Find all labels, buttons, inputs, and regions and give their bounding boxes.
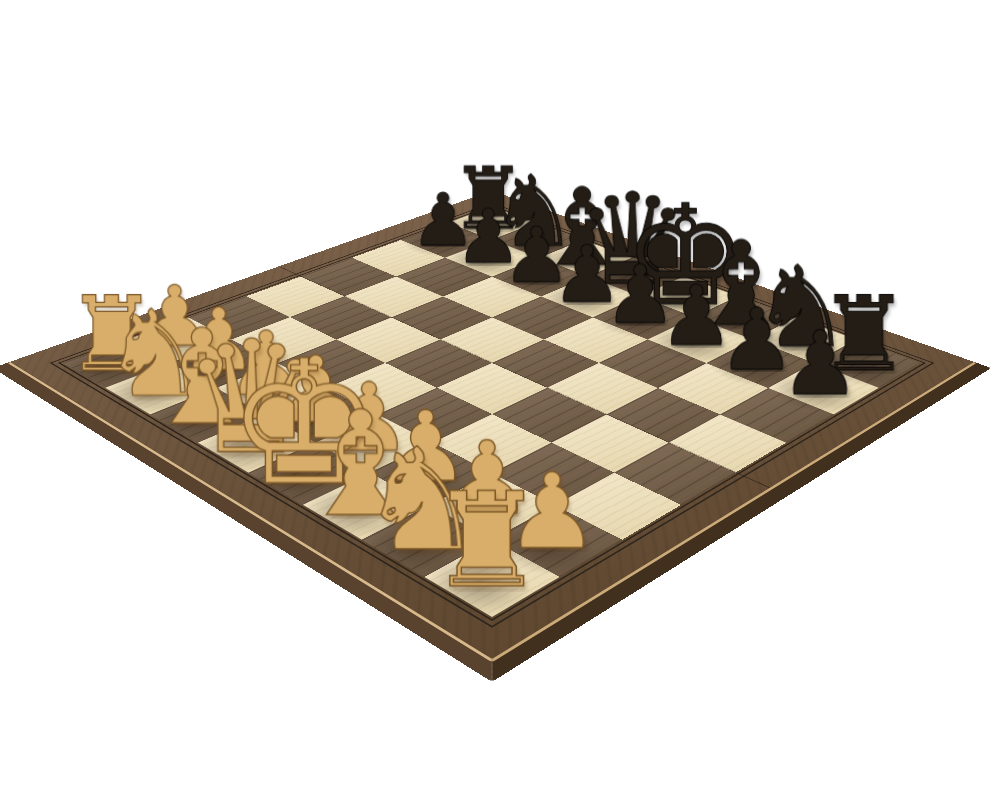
chess-board: ♜♞♝♛♚♝♞♜♟♟♟♟♟♟♟♟♟♟♟♟♟♟♟♟♜♞♝♛♚♝♞♜ xyxy=(0,191,991,682)
piece-black-pawn[interactable]: ♟ xyxy=(780,319,859,407)
board-perspective-wrapper: ♜♞♝♛♚♝♞♜♟♟♟♟♟♟♟♟♟♟♟♟♟♟♟♟♜♞♝♛♚♝♞♜ xyxy=(139,15,845,721)
piece-white-rook[interactable]: ♜ xyxy=(428,475,545,606)
square-h1[interactable]: ♜ xyxy=(424,540,559,617)
board-grid: ♜♞♝♛♚♝♞♜♟♟♟♟♟♟♟♟♟♟♟♟♟♟♟♟♜♞♝♛♚♝♞♜ xyxy=(63,207,920,617)
chess-set-photo: ♜♞♝♛♚♝♞♜♟♟♟♟♟♟♟♟♟♟♟♟♟♟♟♟♜♞♝♛♚♝♞♜ xyxy=(0,0,1000,800)
